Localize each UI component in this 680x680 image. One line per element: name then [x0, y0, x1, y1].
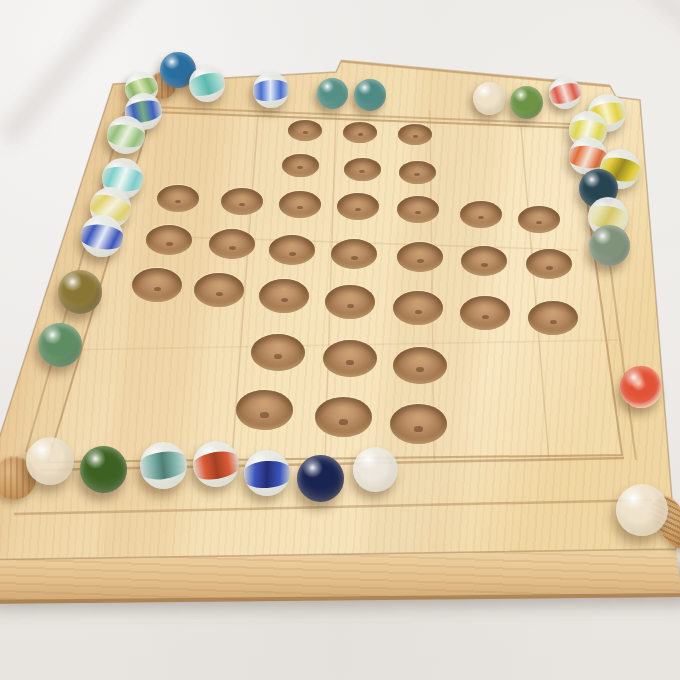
board-hole-r4c2[interactable] — [209, 229, 255, 259]
board-hole-r3c4[interactable] — [337, 193, 379, 220]
marble-swirl-band — [253, 79, 289, 103]
hole-drill-mark — [346, 360, 354, 365]
board-hole-r3c5[interactable] — [397, 196, 439, 223]
marble-swirl-band — [81, 221, 123, 252]
board-hole-r3c7[interactable] — [518, 206, 560, 233]
board-hole-r3c1[interactable] — [157, 185, 199, 212]
hole-drill-mark — [229, 246, 236, 250]
hole-drill-mark — [414, 426, 423, 431]
photo-scene — [0, 0, 680, 680]
marble-swirl-band — [189, 69, 225, 100]
hole-drill-mark — [536, 221, 542, 225]
board-hole-r2c5[interactable] — [399, 161, 436, 184]
hole-drill-mark — [347, 304, 355, 308]
hole-drill-mark — [359, 170, 365, 173]
board-hole-r5c6[interactable] — [460, 296, 510, 330]
board-hole-r5c5[interactable] — [393, 291, 443, 325]
marble-clear[interactable] — [353, 447, 398, 492]
marble-red-core-clear[interactable] — [620, 366, 662, 408]
board-hole-r2c4[interactable] — [344, 158, 381, 181]
hole-drill-mark — [550, 320, 558, 324]
hole-drill-mark — [478, 216, 484, 220]
hole-drill-mark — [413, 135, 418, 138]
board-hole-r4c4[interactable] — [331, 239, 377, 269]
marble-green-swirl[interactable] — [107, 116, 145, 154]
board-hole-r5c7[interactable] — [528, 301, 578, 335]
board-hole-r3c3[interactable] — [279, 191, 321, 218]
board-hole-r5c1[interactable] — [132, 268, 182, 302]
marble-teal[interactable] — [317, 78, 348, 109]
marble-swirl-band — [549, 80, 581, 107]
marble-smoky-sage[interactable] — [589, 225, 630, 266]
marble-swirl-band — [244, 459, 290, 489]
marble-sea-green[interactable] — [38, 323, 82, 367]
board-hole-r5c4[interactable] — [325, 285, 375, 319]
board-hole-r4c5[interactable] — [397, 242, 443, 272]
hole-drill-mark — [166, 242, 173, 246]
hole-drill-mark — [297, 206, 303, 210]
board-hole-r6c3[interactable] — [251, 334, 305, 371]
board-hole-r4c3[interactable] — [269, 235, 315, 265]
board-hole-r7c4[interactable] — [315, 397, 372, 437]
board-hole-r6c4[interactable] — [323, 340, 377, 377]
hole-drill-mark — [297, 166, 303, 169]
marble-champagne-clear[interactable] — [473, 82, 506, 115]
board-hole-r4c6[interactable] — [461, 246, 507, 276]
marble-swirl-band — [140, 449, 187, 483]
hole-drill-mark — [289, 252, 296, 256]
marble-aqua-swirl[interactable] — [189, 66, 225, 102]
board-layer — [0, 0, 680, 680]
board-hole-r6c5[interactable] — [393, 347, 447, 384]
hole-drill-mark — [546, 266, 553, 270]
marble-cobalt-white-swirl[interactable] — [81, 215, 123, 257]
hole-drill-mark — [355, 208, 361, 212]
hole-drill-mark — [216, 292, 224, 296]
board-hole-r3c2[interactable] — [221, 188, 263, 215]
marble-olive-amber[interactable] — [58, 270, 102, 314]
board-hole-r5c2[interactable] — [194, 273, 244, 307]
marble-red-orange-swirl[interactable] — [193, 441, 239, 487]
marble-cobalt-dark-swirl[interactable] — [244, 450, 290, 496]
hole-drill-mark — [351, 256, 358, 260]
marble-swirl-band — [193, 447, 239, 482]
marble-champagne-clear[interactable] — [26, 437, 74, 485]
hole-drill-mark — [274, 354, 282, 359]
marble-olive-green[interactable] — [510, 86, 543, 119]
hole-drill-mark — [414, 173, 420, 176]
hole-drill-mark — [482, 315, 490, 319]
hole-drill-mark — [415, 211, 421, 215]
marble-swirl-band — [107, 121, 145, 150]
board-hole-r5c3[interactable] — [259, 279, 309, 313]
marble-teal[interactable] — [354, 79, 386, 111]
marble-red-swirl[interactable] — [549, 77, 581, 109]
hole-drill-mark — [339, 419, 348, 424]
marble-dark-green[interactable] — [80, 446, 127, 493]
hole-drill-mark — [417, 259, 424, 263]
marble-cobalt-swirl[interactable] — [253, 72, 289, 108]
hole-drill-mark — [415, 310, 423, 314]
hole-drill-mark — [416, 367, 424, 372]
hole-drill-mark — [239, 203, 245, 207]
board-hole-r4c1[interactable] — [146, 225, 192, 255]
board-hole-r1c4[interactable] — [343, 122, 377, 143]
hole-drill-mark — [260, 412, 269, 417]
hole-drill-mark — [358, 133, 363, 136]
board-hole-r1c5[interactable] — [398, 124, 432, 145]
board-hole-r7c5[interactable] — [390, 404, 447, 444]
hole-drill-mark — [154, 287, 162, 291]
board-hole-r4c7[interactable] — [526, 249, 572, 279]
marble-champagne-clear[interactable] — [616, 484, 668, 536]
hole-drill-mark — [281, 298, 289, 302]
hole-drill-mark — [481, 263, 488, 267]
board-hole-r3c6[interactable] — [460, 201, 502, 228]
marble-near-black-navy[interactable] — [297, 455, 344, 502]
marble-teal-swirl[interactable] — [140, 442, 187, 489]
board-hole-r7c3[interactable] — [236, 390, 293, 430]
hole-drill-mark — [175, 200, 181, 204]
board-hole-r1c3[interactable] — [288, 120, 322, 141]
board-hole-r2c3[interactable] — [282, 154, 319, 177]
hole-drill-mark — [303, 131, 308, 134]
